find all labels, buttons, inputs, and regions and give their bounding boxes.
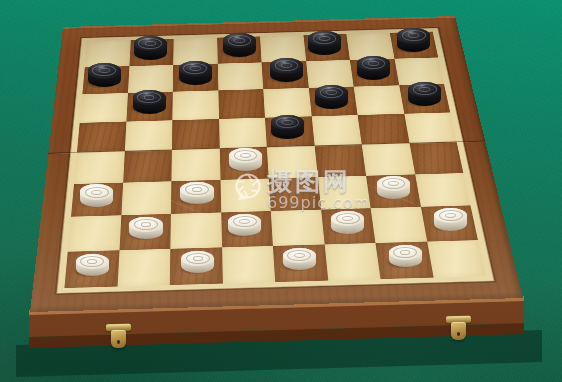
piece-top <box>80 184 113 199</box>
black-man-a7[interactable] <box>88 63 121 87</box>
black-man-f6[interactable] <box>315 85 348 109</box>
piece-highlight <box>317 33 328 37</box>
piece-highlight <box>232 35 243 39</box>
piece-groove-ring <box>239 219 250 224</box>
piece-top <box>134 36 167 51</box>
piece-top <box>129 217 162 232</box>
black-man-e5[interactable] <box>271 115 304 139</box>
piece-groove-ring <box>388 181 399 186</box>
white-man-a3[interactable] <box>80 184 113 207</box>
piece-groove-ring <box>141 222 152 227</box>
white-man-d2[interactable] <box>228 214 261 237</box>
white-man-e1[interactable] <box>283 248 316 271</box>
piece-groove-ring <box>144 95 155 100</box>
photo-stage: 摄图网 699pic.com <box>0 0 562 382</box>
piece-top <box>308 31 341 46</box>
piece-groove-ring <box>326 90 337 95</box>
black-man-c7[interactable] <box>179 61 212 85</box>
piece-top <box>357 56 390 71</box>
piece-highlight <box>96 65 107 69</box>
piece-top <box>315 85 348 100</box>
piece-groove-ring <box>190 66 201 71</box>
piece-top <box>133 90 166 105</box>
piece-groove-ring <box>368 61 379 66</box>
white-man-d4[interactable] <box>229 148 262 171</box>
white-man-g1[interactable] <box>389 245 422 268</box>
piece-groove-ring <box>193 256 204 261</box>
white-man-g3[interactable] <box>377 176 410 199</box>
white-man-b2[interactable] <box>129 217 162 240</box>
piece-top <box>270 58 303 73</box>
piece-top <box>88 63 121 78</box>
piece-top <box>179 61 212 76</box>
black-man-d8[interactable] <box>223 33 256 57</box>
piece-groove-ring <box>91 190 102 195</box>
piece-groove-ring <box>319 36 330 41</box>
white-man-h2[interactable] <box>434 208 467 231</box>
white-man-c1[interactable] <box>181 251 214 274</box>
piece-groove-ring <box>294 253 305 258</box>
piece-top <box>271 115 304 130</box>
black-man-e7[interactable] <box>270 58 303 82</box>
piece-groove-ring <box>192 187 203 192</box>
black-man-b6[interactable] <box>133 90 166 114</box>
piece-top <box>389 245 422 260</box>
white-man-c3[interactable] <box>180 182 213 205</box>
pieces-layer <box>0 0 562 382</box>
piece-highlight <box>406 30 417 34</box>
piece-top <box>397 28 430 43</box>
black-man-h6[interactable] <box>408 82 441 106</box>
piece-highlight <box>141 92 152 96</box>
white-man-a1[interactable] <box>76 254 109 277</box>
black-man-b8[interactable] <box>134 36 167 60</box>
black-man-f8[interactable] <box>308 31 341 55</box>
piece-top <box>76 254 109 269</box>
black-man-h8[interactable] <box>397 28 430 52</box>
black-man-g7[interactable] <box>357 56 390 80</box>
piece-groove-ring <box>282 120 293 125</box>
white-man-f2[interactable] <box>331 211 364 234</box>
piece-groove-ring <box>145 41 156 46</box>
piece-highlight <box>279 60 290 64</box>
piece-top <box>180 182 213 197</box>
